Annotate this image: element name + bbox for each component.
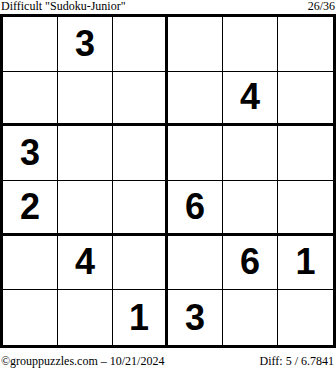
cell-r6c5[interactable] bbox=[223, 290, 278, 345]
cell-r5c5: 6 bbox=[223, 236, 278, 291]
cell-r6c4: 3 bbox=[168, 290, 223, 345]
cell-r3c3[interactable] bbox=[113, 126, 168, 181]
cell-r5c4[interactable] bbox=[168, 236, 223, 291]
cell-r2c1[interactable] bbox=[3, 72, 58, 127]
cell-r4c3[interactable] bbox=[113, 181, 168, 236]
cell-r2c5: 4 bbox=[223, 72, 278, 127]
cell-r3c1: 3 bbox=[3, 126, 58, 181]
puzzle-counter: 26/36 bbox=[308, 0, 336, 13]
cell-r1c6[interactable] bbox=[278, 17, 333, 72]
cell-r2c3[interactable] bbox=[113, 72, 168, 127]
cell-r2c4[interactable] bbox=[168, 72, 223, 127]
puzzle-title: Difficult "Sudoku-Junior" bbox=[0, 0, 126, 13]
cell-r1c5[interactable] bbox=[223, 17, 278, 72]
cell-r3c4[interactable] bbox=[168, 126, 223, 181]
cell-r2c2[interactable] bbox=[58, 72, 113, 127]
cell-r4c2[interactable] bbox=[58, 181, 113, 236]
cell-r4c1: 2 bbox=[3, 181, 58, 236]
cell-r4c4: 6 bbox=[168, 181, 223, 236]
cell-r5c1[interactable] bbox=[3, 236, 58, 291]
cell-r6c2[interactable] bbox=[58, 290, 113, 345]
cell-r6c6[interactable] bbox=[278, 290, 333, 345]
cell-r3c5[interactable] bbox=[223, 126, 278, 181]
cell-r1c4[interactable] bbox=[168, 17, 223, 72]
cell-r6c3: 1 bbox=[113, 290, 168, 345]
header: Difficult "Sudoku-Junior" 26/36 bbox=[0, 0, 336, 14]
footer: ©grouppuzzles.com – 10/21/2024 Diff: 5 /… bbox=[0, 352, 336, 368]
cell-r2c6[interactable] bbox=[278, 72, 333, 127]
cell-r3c2[interactable] bbox=[58, 126, 113, 181]
sudoku-grid: 3432646113 bbox=[0, 14, 336, 348]
cell-r3c6[interactable] bbox=[278, 126, 333, 181]
cell-r1c3[interactable] bbox=[113, 17, 168, 72]
cell-r1c1[interactable] bbox=[3, 17, 58, 72]
difficulty-text: Diff: 5 / 6.7841 bbox=[260, 354, 336, 368]
cell-r4c6[interactable] bbox=[278, 181, 333, 236]
cell-r5c2: 4 bbox=[58, 236, 113, 291]
puzzle-page: Difficult "Sudoku-Junior" 26/36 34326461… bbox=[0, 0, 336, 370]
cell-r6c1[interactable] bbox=[3, 290, 58, 345]
cell-r5c6: 1 bbox=[278, 236, 333, 291]
copyright-text: ©grouppuzzles.com – 10/21/2024 bbox=[0, 354, 164, 368]
cell-r5c3[interactable] bbox=[113, 236, 168, 291]
cell-r4c5[interactable] bbox=[223, 181, 278, 236]
cell-r1c2: 3 bbox=[58, 17, 113, 72]
